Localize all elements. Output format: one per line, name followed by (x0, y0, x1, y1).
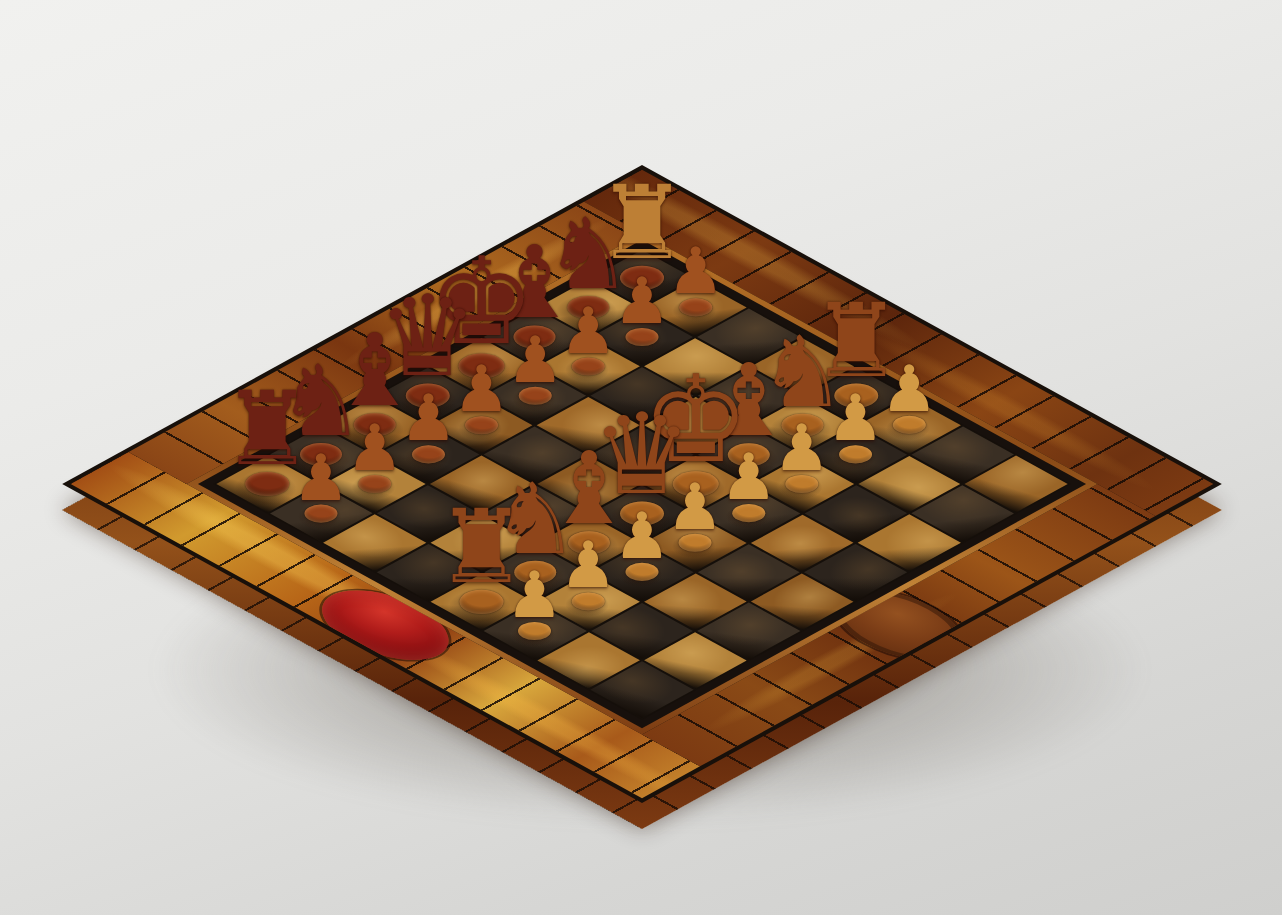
photo-scene: ♜♟♜♟♞♟♞♟♝♟♝♟♚♟♚♟♛♟♛♟♝♟♝♟♞♟♞♟♜♟♜♟ (0, 0, 1282, 915)
